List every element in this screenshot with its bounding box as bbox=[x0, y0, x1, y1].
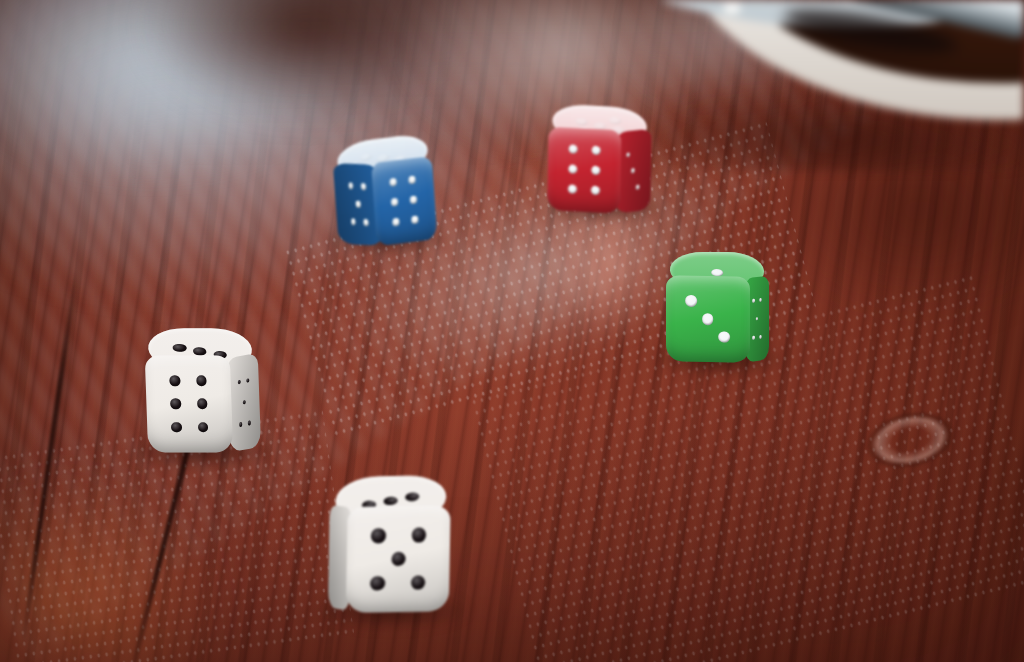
pip bbox=[756, 317, 758, 321]
pip bbox=[239, 422, 242, 427]
die-white-bottom[interactable] bbox=[329, 475, 451, 613]
pip bbox=[198, 422, 209, 432]
pip bbox=[197, 399, 208, 409]
saucer-rim bbox=[670, 0, 1024, 120]
die-front-face bbox=[666, 275, 750, 362]
pip bbox=[752, 299, 754, 303]
pip bbox=[170, 376, 181, 386]
pip bbox=[702, 313, 714, 325]
pip bbox=[242, 400, 245, 405]
light-patch-top-mid2 bbox=[620, 0, 840, 110]
pip bbox=[759, 336, 761, 340]
pip bbox=[632, 169, 636, 174]
dark-wood-patch-right bbox=[760, 100, 1024, 320]
pip bbox=[408, 176, 416, 184]
pip bbox=[237, 379, 240, 384]
pip bbox=[608, 117, 622, 125]
light-reflection-top-left2 bbox=[0, 0, 360, 180]
pip bbox=[718, 331, 730, 343]
pip bbox=[370, 576, 385, 591]
saucer-highlight bbox=[655, 0, 1024, 28]
pip bbox=[348, 183, 353, 190]
pip bbox=[247, 420, 250, 425]
die-green[interactable] bbox=[666, 252, 768, 362]
pip bbox=[404, 493, 421, 502]
table-surface-photo bbox=[0, 0, 1024, 662]
pip bbox=[392, 218, 400, 226]
pip bbox=[193, 347, 209, 356]
pip bbox=[170, 399, 181, 409]
die-red[interactable] bbox=[547, 105, 651, 213]
pip bbox=[411, 216, 419, 224]
plank-seam bbox=[21, 270, 79, 647]
pip bbox=[686, 295, 698, 307]
bright-plank-bottom-left bbox=[0, 446, 250, 662]
saucer bbox=[655, 0, 1024, 172]
pip bbox=[591, 166, 600, 176]
pip bbox=[412, 528, 427, 543]
light-reflection-top-left bbox=[0, 0, 580, 300]
pip bbox=[627, 153, 631, 158]
pip bbox=[391, 198, 399, 206]
drink-surface bbox=[700, 0, 1024, 83]
pip bbox=[568, 185, 577, 195]
pip bbox=[173, 343, 189, 352]
die-white-left[interactable] bbox=[144, 326, 260, 454]
pip bbox=[636, 185, 640, 190]
pip bbox=[356, 201, 361, 208]
pip bbox=[591, 186, 600, 196]
die-blue[interactable] bbox=[332, 135, 437, 248]
die-front-face bbox=[346, 505, 451, 613]
die-front-face bbox=[371, 156, 437, 246]
pip bbox=[196, 376, 207, 386]
pip bbox=[411, 575, 426, 590]
pip bbox=[390, 178, 398, 186]
pip bbox=[759, 298, 761, 302]
pip bbox=[592, 146, 601, 156]
spoon-shadow bbox=[782, 1, 960, 61]
pip bbox=[359, 153, 372, 162]
die-front-face bbox=[547, 127, 622, 214]
pip bbox=[364, 220, 369, 227]
water-droplet bbox=[841, 390, 978, 490]
pip bbox=[752, 336, 754, 340]
pip bbox=[568, 165, 577, 175]
pip bbox=[391, 552, 406, 567]
pip bbox=[382, 497, 399, 506]
spoon-handle bbox=[804, 0, 1024, 41]
die-front-face bbox=[145, 356, 234, 453]
pip bbox=[361, 184, 366, 191]
pip bbox=[351, 219, 356, 226]
saucer-glint bbox=[723, 2, 741, 14]
pip bbox=[171, 422, 182, 432]
pip bbox=[569, 145, 578, 155]
dark-wood-patch-top bbox=[140, 0, 470, 120]
pip bbox=[371, 528, 386, 543]
pip bbox=[410, 196, 418, 204]
pip bbox=[246, 378, 249, 383]
saucer-shadow bbox=[655, 92, 1024, 172]
pip bbox=[574, 118, 588, 126]
